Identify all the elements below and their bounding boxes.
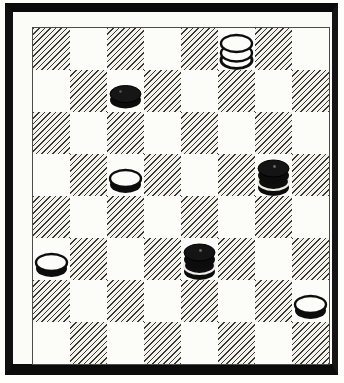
square-r7c6	[218, 280, 255, 322]
square-r3c3	[107, 112, 144, 154]
square-r3c8	[292, 112, 329, 154]
square-r4c6	[218, 154, 255, 196]
square-r1c8	[292, 28, 329, 70]
square-r5c5	[181, 196, 218, 238]
square-r8c1	[33, 322, 70, 364]
square-r1c3	[107, 28, 144, 70]
square-r6c8	[292, 238, 329, 280]
square-r1c1	[33, 28, 70, 70]
square-r2c7	[255, 70, 292, 112]
black-king-piece	[181, 238, 218, 280]
square-r4c2	[70, 154, 107, 196]
square-r6c3	[107, 238, 144, 280]
square-r7c2	[70, 280, 107, 322]
white-man-piece	[107, 154, 144, 196]
white-man-piece	[33, 238, 70, 280]
square-r2c3	[107, 70, 144, 112]
square-r8c4	[144, 322, 181, 364]
white-man-piece	[292, 280, 329, 322]
square-r4c4	[144, 154, 181, 196]
square-r7c3	[107, 280, 144, 322]
square-r1c7	[255, 28, 292, 70]
square-r5c7	[255, 196, 292, 238]
square-r8c2	[70, 322, 107, 364]
square-r4c7	[255, 154, 292, 196]
square-r4c3	[107, 154, 144, 196]
square-r6c5	[181, 238, 218, 280]
square-r5c3	[107, 196, 144, 238]
square-r4c8	[292, 154, 329, 196]
square-r3c6	[218, 112, 255, 154]
black-man-piece	[107, 70, 144, 112]
square-r2c8	[292, 70, 329, 112]
square-r1c2	[70, 28, 107, 70]
square-r7c8	[292, 280, 329, 322]
square-r1c4	[144, 28, 181, 70]
checkers-board	[32, 27, 330, 365]
square-r5c1	[33, 196, 70, 238]
square-r8c5	[181, 322, 218, 364]
square-r6c6	[218, 238, 255, 280]
square-r8c7	[255, 322, 292, 364]
white-king-piece	[218, 28, 255, 70]
board-frame	[5, 3, 338, 375]
square-r1c5	[181, 28, 218, 70]
scanned-checkers-diagram	[0, 0, 344, 383]
square-r2c1	[33, 70, 70, 112]
square-r3c4	[144, 112, 181, 154]
square-r8c6	[218, 322, 255, 364]
square-r3c7	[255, 112, 292, 154]
square-r7c4	[144, 280, 181, 322]
square-r3c2	[70, 112, 107, 154]
square-r6c4	[144, 238, 181, 280]
black-king-piece	[255, 154, 292, 196]
square-r5c4	[144, 196, 181, 238]
square-r6c7	[255, 238, 292, 280]
square-r2c2	[70, 70, 107, 112]
square-r3c5	[181, 112, 218, 154]
square-r5c8	[292, 196, 329, 238]
square-r3c1	[33, 112, 70, 154]
square-r7c7	[255, 280, 292, 322]
square-r4c5	[181, 154, 218, 196]
square-r6c1	[33, 238, 70, 280]
square-r7c5	[181, 280, 218, 322]
square-r6c2	[70, 238, 107, 280]
square-r2c4	[144, 70, 181, 112]
square-r5c2	[70, 196, 107, 238]
square-r8c8	[292, 322, 329, 364]
square-r1c6	[218, 28, 255, 70]
square-r7c1	[33, 280, 70, 322]
square-r2c6	[218, 70, 255, 112]
square-r5c6	[218, 196, 255, 238]
square-r4c1	[33, 154, 70, 196]
square-r2c5	[181, 70, 218, 112]
square-r8c3	[107, 322, 144, 364]
